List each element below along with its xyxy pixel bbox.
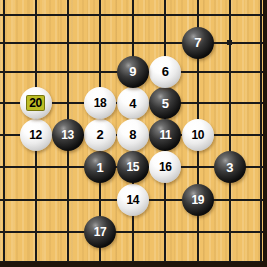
board-edge-right — [263, 0, 267, 267]
stone-number: 19 — [192, 194, 204, 206]
stone-11: 11 — [149, 119, 181, 151]
stone-12: 12 — [20, 119, 52, 151]
grid-vline-9 — [260, 0, 262, 267]
stone-number: 15 — [127, 161, 139, 173]
stone-number: 16 — [159, 161, 171, 173]
stone-number: 14 — [127, 194, 139, 206]
grid-vline-1 — [3, 0, 5, 267]
stone-17: 17 — [84, 216, 116, 248]
stone-number: 13 — [61, 129, 73, 141]
stone-20: 20 — [20, 87, 52, 119]
stone-1: 1 — [84, 151, 116, 183]
stone-7: 7 — [182, 27, 214, 59]
stone-5: 5 — [149, 87, 181, 119]
stone-number: 7 — [194, 36, 201, 49]
stone-8: 8 — [117, 119, 149, 151]
stone-number: 17 — [94, 226, 106, 238]
stone-number: 5 — [162, 97, 169, 110]
stone-18: 18 — [84, 87, 116, 119]
stone-10: 10 — [182, 119, 214, 151]
stone-number: 10 — [192, 129, 204, 141]
board-edge-bottom — [0, 262, 267, 267]
stone-number: 9 — [129, 65, 136, 78]
stone-15: 15 — [117, 151, 149, 183]
stone-14: 14 — [117, 184, 149, 216]
stone-13: 13 — [52, 119, 84, 151]
stone-19: 19 — [182, 184, 214, 216]
stone-number: 11 — [159, 129, 171, 141]
stone-2: 2 — [84, 119, 116, 151]
go-board[interactable]: 1234567891011121314151617181920 — [0, 0, 267, 267]
stone-number: 18 — [94, 97, 106, 109]
stone-9: 9 — [117, 56, 149, 88]
stone-4: 4 — [117, 87, 149, 119]
last-move-number: 20 — [26, 95, 44, 111]
stone-number: 6 — [162, 65, 169, 78]
stone-number: 3 — [226, 161, 233, 174]
screenshot: 1234567891011121314151617181920 — [0, 0, 267, 267]
stone-16: 16 — [149, 151, 181, 183]
star-point — [227, 40, 232, 45]
stone-number: 2 — [96, 128, 103, 141]
stone-number: 4 — [129, 97, 136, 110]
stone-number: 12 — [29, 129, 41, 141]
stone-number: 8 — [129, 128, 136, 141]
stone-number: 1 — [96, 161, 103, 174]
stone-6: 6 — [149, 56, 181, 88]
stone-3: 3 — [214, 151, 246, 183]
